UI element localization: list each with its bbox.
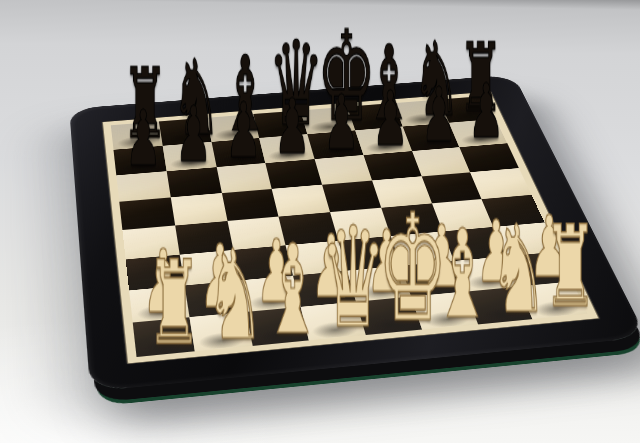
board-grid: ♜♞♝♛♚♝♞♜♟♟♟♟♟♟♟♟♟♟♟♟♟♟♟♟♜♞♝♛♚♝♞♜ — [111, 96, 588, 357]
piece-black-pawn: ♟ — [323, 85, 357, 161]
board-maple-trim: ♜♞♝♛♚♝♞♜♟♟♟♟♟♟♟♟♟♟♟♟♟♟♟♟♜♞♝♛♚♝♞♜ — [102, 91, 600, 364]
piece-black-pawn: ♟ — [469, 74, 502, 149]
square-h5 — [470, 168, 531, 199]
piece-black-pawn: ♟ — [421, 78, 454, 153]
piece-black-pawn: ♟ — [225, 93, 259, 169]
piece-black-pawn: ♟ — [175, 97, 209, 174]
piece-white-rook: ♜ — [544, 211, 583, 323]
photo-backdrop: ♜♞♝♛♚♝♞♜♟♟♟♟♟♟♟♟♟♟♟♟♟♟♟♟♜♞♝♛♚♝♞♜ — [0, 0, 640, 443]
piece-white-bishop: ♝ — [263, 228, 302, 351]
piece-white-queen: ♛ — [320, 208, 359, 346]
piece-black-pawn: ♟ — [125, 100, 159, 177]
chess-board: ♜♞♝♛♚♝♞♜♟♟♟♟♟♟♟♟♟♟♟♟♟♟♟♟♜♞♝♛♚♝♞♜ — [69, 75, 640, 392]
piece-black-pawn: ♟ — [372, 81, 406, 157]
square-b5 — [171, 193, 227, 225]
piece-white-knight: ♞ — [489, 208, 528, 329]
piece-black-pawn: ♟ — [274, 89, 308, 165]
square-c5 — [221, 189, 278, 221]
piece-white-rook: ♜ — [147, 246, 187, 362]
piece-white-knight: ♞ — [205, 233, 245, 357]
